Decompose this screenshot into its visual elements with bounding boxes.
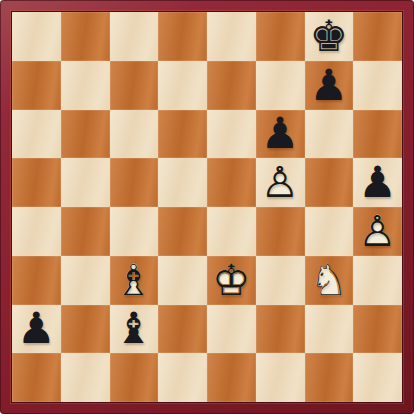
black-pawn-f6: ♟ xyxy=(261,112,300,155)
white-king-e3: ♚♔ xyxy=(212,259,251,302)
square-g6[interactable] xyxy=(305,110,354,159)
square-g3[interactable]: ♞♘ xyxy=(305,256,354,305)
white-pawn-h4: ♟♙ xyxy=(358,210,397,253)
square-e3[interactable]: ♚♔ xyxy=(207,256,256,305)
square-d3[interactable] xyxy=(158,256,207,305)
square-d7[interactable] xyxy=(158,61,207,110)
square-c2[interactable]: ♝ xyxy=(110,305,159,354)
square-d8[interactable] xyxy=(158,12,207,61)
square-e5[interactable] xyxy=(207,158,256,207)
square-b3[interactable] xyxy=(61,256,110,305)
square-b4[interactable] xyxy=(61,207,110,256)
square-c1[interactable] xyxy=(110,353,159,402)
square-d6[interactable] xyxy=(158,110,207,159)
square-e7[interactable] xyxy=(207,61,256,110)
square-g4[interactable] xyxy=(305,207,354,256)
square-f6[interactable]: ♟ xyxy=(256,110,305,159)
white-knight-g3: ♞♘ xyxy=(310,259,349,302)
black-pawn-a2: ♟ xyxy=(17,307,56,350)
square-a5[interactable] xyxy=(12,158,61,207)
square-f7[interactable] xyxy=(256,61,305,110)
square-h7[interactable] xyxy=(353,61,402,110)
square-a3[interactable] xyxy=(12,256,61,305)
square-a7[interactable] xyxy=(12,61,61,110)
square-f8[interactable] xyxy=(256,12,305,61)
square-c4[interactable] xyxy=(110,207,159,256)
square-d2[interactable] xyxy=(158,305,207,354)
square-c3[interactable]: ♝♗ xyxy=(110,256,159,305)
square-h8[interactable] xyxy=(353,12,402,61)
square-e1[interactable] xyxy=(207,353,256,402)
square-f1[interactable] xyxy=(256,353,305,402)
square-b1[interactable] xyxy=(61,353,110,402)
square-g8[interactable]: ♚ xyxy=(305,12,354,61)
square-g7[interactable]: ♟ xyxy=(305,61,354,110)
square-c8[interactable] xyxy=(110,12,159,61)
square-h5[interactable]: ♟ xyxy=(353,158,402,207)
square-e6[interactable] xyxy=(207,110,256,159)
square-e2[interactable] xyxy=(207,305,256,354)
white-bishop-c3: ♝♗ xyxy=(115,259,154,302)
square-f5[interactable]: ♟♙ xyxy=(256,158,305,207)
square-b5[interactable] xyxy=(61,158,110,207)
square-b8[interactable] xyxy=(61,12,110,61)
square-h6[interactable] xyxy=(353,110,402,159)
square-g1[interactable] xyxy=(305,353,354,402)
square-a6[interactable] xyxy=(12,110,61,159)
square-a2[interactable]: ♟ xyxy=(12,305,61,354)
square-d4[interactable] xyxy=(158,207,207,256)
square-d5[interactable] xyxy=(158,158,207,207)
square-f4[interactable] xyxy=(256,207,305,256)
square-b7[interactable] xyxy=(61,61,110,110)
square-a8[interactable] xyxy=(12,12,61,61)
square-e8[interactable] xyxy=(207,12,256,61)
square-f3[interactable] xyxy=(256,256,305,305)
square-g5[interactable] xyxy=(305,158,354,207)
square-b6[interactable] xyxy=(61,110,110,159)
square-h2[interactable] xyxy=(353,305,402,354)
chess-board: ♚♟♟♟♙♟♟♙♝♗♚♔♞♘♟♝ xyxy=(12,12,402,402)
black-bishop-c2: ♝ xyxy=(115,307,154,350)
square-h4[interactable]: ♟♙ xyxy=(353,207,402,256)
black-pawn-h5: ♟ xyxy=(358,161,397,204)
square-e4[interactable] xyxy=(207,207,256,256)
square-g2[interactable] xyxy=(305,305,354,354)
black-king-g8: ♚ xyxy=(310,15,349,58)
square-h1[interactable] xyxy=(353,353,402,402)
square-a4[interactable] xyxy=(12,207,61,256)
square-a1[interactable] xyxy=(12,353,61,402)
square-f2[interactable] xyxy=(256,305,305,354)
square-c6[interactable] xyxy=(110,110,159,159)
chess-diagram: ♚♟♟♟♙♟♟♙♝♗♚♔♞♘♟♝ xyxy=(0,0,414,414)
square-h3[interactable] xyxy=(353,256,402,305)
black-pawn-g7: ♟ xyxy=(310,64,349,107)
board-frame: ♚♟♟♟♙♟♟♙♝♗♚♔♞♘♟♝ xyxy=(0,0,414,414)
square-c7[interactable] xyxy=(110,61,159,110)
white-pawn-f5: ♟♙ xyxy=(261,161,300,204)
square-c5[interactable] xyxy=(110,158,159,207)
square-d1[interactable] xyxy=(158,353,207,402)
square-b2[interactable] xyxy=(61,305,110,354)
